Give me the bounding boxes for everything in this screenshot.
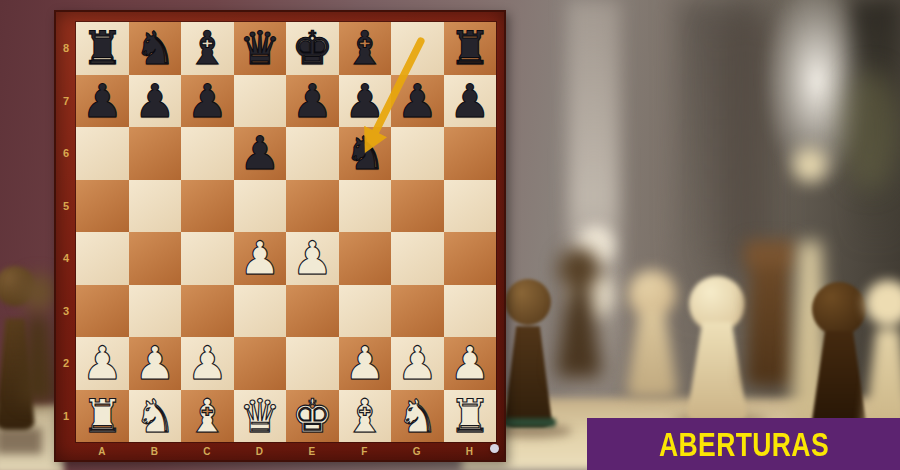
square-c6[interactable]: [181, 127, 234, 180]
square-f7[interactable]: ♟: [339, 75, 392, 128]
square-b7[interactable]: ♟: [129, 75, 182, 128]
piece-white-pawn-c2[interactable]: ♟: [181, 337, 234, 390]
piece-black-pawn-d6[interactable]: ♟: [234, 127, 287, 180]
piece-black-pawn-e7[interactable]: ♟: [286, 75, 339, 128]
rank-label-6: 6: [56, 127, 76, 180]
file-label-g: G: [391, 442, 444, 460]
rank-labels: 87654321: [56, 22, 76, 442]
square-e7[interactable]: ♟: [286, 75, 339, 128]
square-h3[interactable]: [444, 285, 497, 338]
file-label-h: H: [444, 442, 497, 460]
piece-white-pawn-h2[interactable]: ♟: [444, 337, 497, 390]
square-h8[interactable]: ♜: [444, 22, 497, 75]
rank-label-8: 8: [56, 22, 76, 75]
square-b5[interactable]: [129, 180, 182, 233]
square-e2[interactable]: [286, 337, 339, 390]
piece-white-pawn-e4[interactable]: ♟: [286, 232, 339, 285]
square-d3[interactable]: [234, 285, 287, 338]
piece-white-rook-h1[interactable]: ♜: [444, 390, 497, 443]
background-pawn-light: [860, 280, 900, 434]
rank-label-4: 4: [56, 232, 76, 285]
olive-blob: [840, 70, 900, 190]
square-c5[interactable]: [181, 180, 234, 233]
piece-black-bishop-f8[interactable]: ♝: [339, 22, 392, 75]
table-shadow: [0, 428, 42, 454]
square-d7[interactable]: [234, 75, 287, 128]
piece-black-pawn-f7[interactable]: ♟: [339, 75, 392, 128]
piece-black-pawn-b7[interactable]: ♟: [129, 75, 182, 128]
piece-black-king-e8[interactable]: ♚: [286, 22, 339, 75]
file-label-e: E: [286, 442, 339, 460]
square-e4[interactable]: ♟: [286, 232, 339, 285]
square-c8[interactable]: ♝: [181, 22, 234, 75]
square-a1[interactable]: ♜: [76, 390, 129, 443]
square-g3[interactable]: [391, 285, 444, 338]
square-b1[interactable]: ♞: [129, 390, 182, 443]
piece-white-king-e1[interactable]: ♚: [286, 390, 339, 443]
piece-white-pawn-f2[interactable]: ♟: [339, 337, 392, 390]
square-f2[interactable]: ♟: [339, 337, 392, 390]
piece-black-knight-b8[interactable]: ♞: [129, 22, 182, 75]
square-c1[interactable]: ♝: [181, 390, 234, 443]
square-c7[interactable]: ♟: [181, 75, 234, 128]
piece-black-bishop-c8[interactable]: ♝: [181, 22, 234, 75]
square-d8[interactable]: ♛: [234, 22, 287, 75]
banner-label: ABERTURAS: [658, 425, 828, 464]
square-g5[interactable]: [391, 180, 444, 233]
square-g8[interactable]: [391, 22, 444, 75]
rank-label-1: 1: [56, 390, 76, 443]
piece-white-pawn-b2[interactable]: ♟: [129, 337, 182, 390]
square-a6[interactable]: [76, 127, 129, 180]
piece-white-bishop-f1[interactable]: ♝: [339, 390, 392, 443]
background-pawn-dark: [500, 279, 556, 427]
square-h1[interactable]: ♜: [444, 390, 497, 443]
board-corner-dot: [490, 444, 499, 453]
square-c3[interactable]: [181, 285, 234, 338]
piece-black-pawn-g7[interactable]: ♟: [391, 75, 444, 128]
square-h4[interactable]: [444, 232, 497, 285]
piece-white-pawn-g2[interactable]: ♟: [391, 337, 444, 390]
piece-black-knight-f6[interactable]: ♞: [339, 127, 392, 180]
piece-black-rook-a8[interactable]: ♜: [76, 22, 129, 75]
square-b3[interactable]: [129, 285, 182, 338]
file-labels: ABCDEFGH: [76, 442, 496, 460]
square-g4[interactable]: [391, 232, 444, 285]
category-banner: ABERTURAS: [587, 418, 900, 470]
square-a8[interactable]: ♜: [76, 22, 129, 75]
square-g1[interactable]: ♞: [391, 390, 444, 443]
square-d6[interactable]: ♟: [234, 127, 287, 180]
square-g2[interactable]: ♟: [391, 337, 444, 390]
square-b4[interactable]: [129, 232, 182, 285]
piece-white-rook-a1[interactable]: ♜: [76, 390, 129, 443]
square-b2[interactable]: ♟: [129, 337, 182, 390]
square-a2[interactable]: ♟: [76, 337, 129, 390]
background-pawn-dark: [552, 248, 606, 378]
rank-label-7: 7: [56, 75, 76, 128]
piece-white-knight-g1[interactable]: ♞: [391, 390, 444, 443]
square-g7[interactable]: ♟: [391, 75, 444, 128]
square-h5[interactable]: [444, 180, 497, 233]
square-a7[interactable]: ♟: [76, 75, 129, 128]
piece-white-pawn-a2[interactable]: ♟: [76, 337, 129, 390]
square-f6[interactable]: ♞: [339, 127, 392, 180]
square-g6[interactable]: [391, 127, 444, 180]
square-f1[interactable]: ♝: [339, 390, 392, 443]
board-squares: ♜♞♝♛♚♝♜♟♟♟♟♟♟♟♟♞♟♟♟♟♟♟♟♟♜♞♝♛♚♝♞♜: [76, 22, 496, 442]
square-e8[interactable]: ♚: [286, 22, 339, 75]
rank-label-2: 2: [56, 337, 76, 390]
square-d5[interactable]: [234, 180, 287, 233]
chess-board: 87654321 ABCDEFGH ♜♞♝♛♚♝♜♟♟♟♟♟♟♟♟♞♟♟♟♟♟♟…: [54, 10, 506, 462]
square-e6[interactable]: [286, 127, 339, 180]
screenshot-root: 87654321 ABCDEFGH ♜♞♝♛♚♝♜♟♟♟♟♟♟♟♟♞♟♟♟♟♟♟…: [0, 0, 900, 470]
square-d1[interactable]: ♛: [234, 390, 287, 443]
square-f4[interactable]: [339, 232, 392, 285]
square-f8[interactable]: ♝: [339, 22, 392, 75]
square-b6[interactable]: [129, 127, 182, 180]
square-b8[interactable]: ♞: [129, 22, 182, 75]
square-c4[interactable]: [181, 232, 234, 285]
square-h2[interactable]: ♟: [444, 337, 497, 390]
felt-base: [502, 418, 556, 427]
background-pawn-light: [622, 270, 682, 398]
file-label-a: A: [76, 442, 129, 460]
piece-black-pawn-c7[interactable]: ♟: [181, 75, 234, 128]
square-c2[interactable]: ♟: [181, 337, 234, 390]
square-a4[interactable]: [76, 232, 129, 285]
square-h6[interactable]: [444, 127, 497, 180]
square-f3[interactable]: [339, 285, 392, 338]
square-d4[interactable]: ♟: [234, 232, 287, 285]
file-label-c: C: [181, 442, 234, 460]
file-label-b: B: [129, 442, 182, 460]
piece-black-queen-d8[interactable]: ♛: [234, 22, 287, 75]
piece-black-pawn-h7[interactable]: ♟: [444, 75, 497, 128]
file-label-d: D: [234, 442, 287, 460]
piece-white-bishop-c1[interactable]: ♝: [181, 390, 234, 443]
file-label-f: F: [339, 442, 392, 460]
square-e5[interactable]: [286, 180, 339, 233]
square-h7[interactable]: ♟: [444, 75, 497, 128]
square-f5[interactable]: [339, 180, 392, 233]
piece-white-queen-d1[interactable]: ♛: [234, 390, 287, 443]
piece-black-rook-h8[interactable]: ♜: [444, 22, 497, 75]
rank-label-5: 5: [56, 180, 76, 233]
square-e1[interactable]: ♚: [286, 390, 339, 443]
piece-black-pawn-a7[interactable]: ♟: [76, 75, 129, 128]
square-d2[interactable]: [234, 337, 287, 390]
rank-label-3: 3: [56, 285, 76, 338]
square-e3[interactable]: [286, 285, 339, 338]
piece-white-knight-b1[interactable]: ♞: [129, 390, 182, 443]
square-a3[interactable]: [76, 285, 129, 338]
piece-white-pawn-d4[interactable]: ♟: [234, 232, 287, 285]
square-a5[interactable]: [76, 180, 129, 233]
